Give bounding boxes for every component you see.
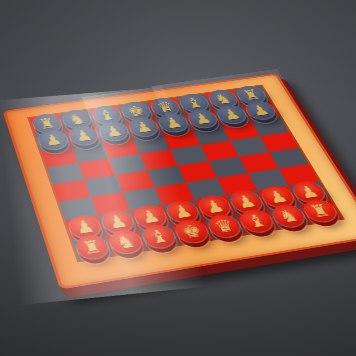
pawn-symbol: ♟ <box>103 123 125 139</box>
pawn-symbol: ♟ <box>106 212 130 231</box>
pawn-symbol: ♟ <box>73 217 97 236</box>
rook-symbol: ♜ <box>37 115 58 131</box>
pawn-symbol: ♟ <box>249 102 272 117</box>
rook-symbol: ♜ <box>80 237 104 257</box>
bishop-symbol: ♝ <box>146 226 171 246</box>
photo-scene: ♜♞♝♚♛♝♞♜♟♟♟♟♟♟♟♟♟♟♟♟♟♟♟♟♜♞♝♚♛♝♞♜ <box>0 0 356 356</box>
rook-symbol: ♜ <box>307 201 333 220</box>
knight-symbol: ♞ <box>212 91 234 106</box>
king-symbol: ♚ <box>179 221 204 240</box>
pawn-symbol: ♟ <box>170 202 195 221</box>
pawn-symbol: ♟ <box>191 111 214 127</box>
knight-symbol: ♞ <box>275 206 301 225</box>
chess-board: ♜♞♝♚♛♝♞♜♟♟♟♟♟♟♟♟♟♟♟♟♟♟♟♟♜♞♝♚♛♝♞♜ <box>6 75 356 287</box>
pawn-symbol: ♟ <box>42 132 63 148</box>
rook-symbol: ♜ <box>240 87 263 102</box>
pawn-symbol: ♟ <box>162 115 184 131</box>
bishop-symbol: ♝ <box>183 95 205 110</box>
pawn-symbol: ♟ <box>138 207 162 226</box>
pawn-symbol: ♟ <box>132 119 154 135</box>
pawn-symbol: ♟ <box>234 192 259 210</box>
knight-symbol: ♞ <box>66 111 87 127</box>
bishop-symbol: ♝ <box>244 211 270 230</box>
pawn-symbol: ♟ <box>265 187 290 205</box>
pawn-symbol: ♟ <box>73 127 95 143</box>
pawn-symbol: ♟ <box>296 183 322 201</box>
king-symbol: ♚ <box>125 103 147 118</box>
pawn-symbol: ♟ <box>202 197 227 216</box>
knight-symbol: ♞ <box>113 232 138 252</box>
bishop-symbol: ♝ <box>96 107 117 123</box>
queen-symbol: ♛ <box>154 99 176 114</box>
pawn-symbol: ♟ <box>220 106 243 121</box>
queen-symbol: ♛ <box>211 216 236 235</box>
